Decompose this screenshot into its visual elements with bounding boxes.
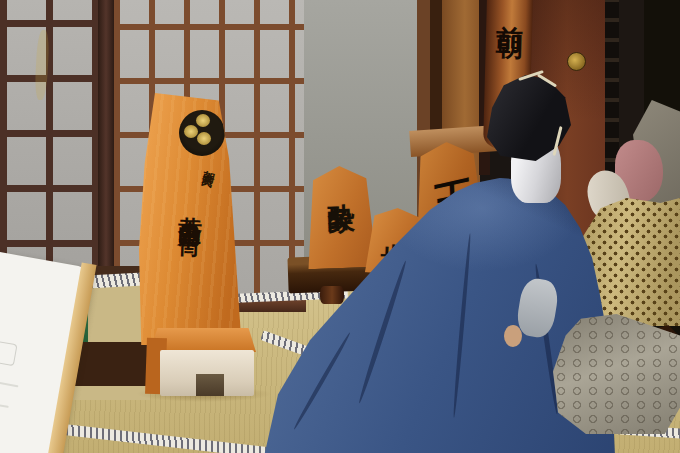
robe-fold xyxy=(452,233,472,418)
sign-post-text: 前朝 xyxy=(495,4,525,17)
crest-blossom xyxy=(184,125,198,138)
sign-faint-line xyxy=(0,401,9,408)
robe-fold xyxy=(357,260,408,404)
shoji-pillar xyxy=(98,0,114,308)
monument-title-text: 黄金乃甲冑 xyxy=(177,197,205,218)
attendant-silver-kimono xyxy=(553,314,680,434)
museum-room-photo: 前朝 酔象 歩 王 朝倉氏 黄金乃甲冑 xyxy=(0,0,680,453)
mannequin-hand xyxy=(504,325,522,347)
crest-blossom xyxy=(196,114,210,127)
sign-faint-line xyxy=(0,378,18,387)
clan-name-text: 朝倉氏 xyxy=(203,159,221,169)
piece-kanji-suizo: 酔象 xyxy=(325,181,355,188)
asakura-clan-crest xyxy=(179,110,225,156)
pedestal-notch xyxy=(196,374,224,396)
platform-leg xyxy=(320,286,344,304)
sign-faint-diagram xyxy=(0,339,18,366)
piece-kanji-fu: 歩 xyxy=(378,222,411,224)
brass-door-pull xyxy=(567,52,586,71)
crest-blossom xyxy=(197,132,211,145)
